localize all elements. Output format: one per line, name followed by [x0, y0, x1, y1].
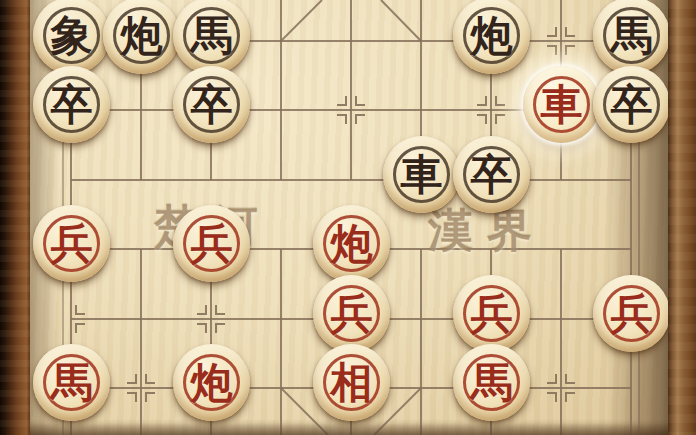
- position-marker: [146, 393, 155, 402]
- position-marker: [216, 305, 225, 314]
- position-marker: [547, 374, 556, 383]
- piece-glyph-black: 卒: [173, 66, 250, 143]
- position-marker: [547, 393, 556, 402]
- black-elephant-a3[interactable]: 象: [33, 0, 110, 74]
- position-marker: [337, 96, 346, 105]
- black-soldier-i4[interactable]: 卒: [593, 66, 670, 143]
- piece-glyph-black: 卒: [33, 66, 110, 143]
- position-marker: [216, 324, 225, 333]
- red-horse-g8[interactable]: 馬: [453, 344, 530, 421]
- piece-glyph-black: 車: [383, 136, 460, 213]
- board-frame-left: [0, 0, 30, 435]
- piece-glyph-black: 馬: [173, 0, 250, 74]
- red-horse-a8[interactable]: 馬: [33, 344, 110, 421]
- red-cannon-c8[interactable]: 炮: [173, 344, 250, 421]
- piece-glyph-black: 卒: [593, 66, 670, 143]
- position-marker: [356, 115, 365, 124]
- piece-glyph-red: 馬: [33, 344, 110, 421]
- piece-glyph-black: 馬: [593, 0, 670, 74]
- red-soldier-e7[interactable]: 兵: [313, 275, 390, 352]
- piece-glyph-red: 馬: [453, 344, 530, 421]
- piece-glyph-red: 兵: [33, 205, 110, 282]
- red-cannon-e6[interactable]: 炮: [313, 205, 390, 282]
- red-soldier-c6[interactable]: 兵: [173, 205, 250, 282]
- board-frame-right: [668, 0, 696, 435]
- red-soldier-i7[interactable]: 兵: [593, 275, 670, 352]
- position-marker: [146, 374, 155, 383]
- black-horse-c3[interactable]: 馬: [173, 0, 250, 74]
- red-soldier-g7[interactable]: 兵: [453, 275, 530, 352]
- position-marker: [127, 393, 136, 402]
- piece-glyph-black: 卒: [453, 136, 530, 213]
- piece-glyph-black: 炮: [453, 0, 530, 74]
- black-horse-i3[interactable]: 馬: [593, 0, 670, 74]
- position-marker: [76, 305, 85, 314]
- piece-glyph-red: 兵: [313, 275, 390, 352]
- position-marker: [496, 96, 505, 105]
- red-chariot-h4[interactable]: 車: [523, 66, 600, 143]
- position-marker: [197, 305, 206, 314]
- board-bottom-shadow: [0, 423, 696, 435]
- piece-glyph-red: 兵: [593, 275, 670, 352]
- position-marker: [477, 115, 486, 124]
- position-marker: [197, 324, 206, 333]
- piece-glyph-red: 兵: [453, 275, 530, 352]
- position-marker: [496, 115, 505, 124]
- red-soldier-a6[interactable]: 兵: [33, 205, 110, 282]
- position-marker: [547, 46, 556, 55]
- black-cannon-g3[interactable]: 炮: [453, 0, 530, 74]
- black-soldier-c4[interactable]: 卒: [173, 66, 250, 143]
- position-marker: [337, 115, 346, 124]
- position-marker: [566, 374, 575, 383]
- black-palace-diagonal: [281, 0, 322, 41]
- xiangqi-game-screenshot: 楚河 漢界 象炮馬炮馬卒卒車卒車卒兵兵炮兵兵兵馬炮相馬: [0, 0, 696, 435]
- piece-glyph-red: 炮: [313, 205, 390, 282]
- piece-glyph-red: 兵: [173, 205, 250, 282]
- position-marker: [566, 393, 575, 402]
- position-marker: [76, 324, 85, 333]
- black-soldier-g5[interactable]: 卒: [453, 136, 530, 213]
- position-marker: [356, 96, 365, 105]
- position-marker: [127, 374, 136, 383]
- piece-glyph-red: 車: [523, 66, 600, 143]
- black-chariot-f5[interactable]: 車: [383, 136, 460, 213]
- piece-glyph-black: 炮: [103, 0, 180, 74]
- position-marker: [547, 27, 556, 36]
- black-palace-diagonal: [381, 0, 421, 41]
- piece-glyph-red: 相: [313, 344, 390, 421]
- black-soldier-a4[interactable]: 卒: [33, 66, 110, 143]
- position-marker: [477, 96, 486, 105]
- piece-glyph-black: 象: [33, 0, 110, 74]
- position-marker: [566, 27, 575, 36]
- piece-glyph-red: 炮: [173, 344, 250, 421]
- black-cannon-b3[interactable]: 炮: [103, 0, 180, 74]
- red-elephant-e8[interactable]: 相: [313, 344, 390, 421]
- position-marker: [566, 46, 575, 55]
